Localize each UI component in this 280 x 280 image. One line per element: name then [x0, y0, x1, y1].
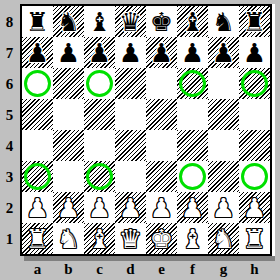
black-pawn[interactable]: ♟: [208, 37, 239, 68]
board-edge-highlight: [272, 4, 275, 256]
black-rook[interactable]: ♜: [239, 6, 270, 37]
square-e3[interactable]: [146, 161, 177, 192]
square-e1[interactable]: ♚: [146, 223, 177, 254]
black-pawn[interactable]: ♟: [53, 37, 84, 68]
white-pawn[interactable]: ♟: [53, 192, 84, 223]
square-d4[interactable]: [115, 130, 146, 161]
square-f6[interactable]: [177, 68, 208, 99]
board-frame: ♜♞♝♛♚♝♞♜♟♟♟♟♟♟♟♟♟♟♟♟♟♟♟♟♜♞♝♛♚♝♞♜: [20, 4, 272, 256]
square-h1[interactable]: ♜: [239, 223, 270, 254]
square-a7[interactable]: ♟: [22, 37, 53, 68]
rank-label-1: 1: [0, 231, 19, 248]
white-rook[interactable]: ♜: [239, 223, 270, 254]
white-rook[interactable]: ♜: [22, 223, 53, 254]
move-hint-circle-f3: [179, 163, 206, 190]
square-g1[interactable]: ♞: [208, 223, 239, 254]
square-h3[interactable]: [239, 161, 270, 192]
black-queen[interactable]: ♛: [115, 6, 146, 37]
square-g7[interactable]: ♟: [208, 37, 239, 68]
square-a5[interactable]: [22, 99, 53, 130]
square-d7[interactable]: ♟: [115, 37, 146, 68]
square-d6[interactable]: [115, 68, 146, 99]
square-e5[interactable]: [146, 99, 177, 130]
move-hint-circle-h3: [241, 163, 268, 190]
white-pawn[interactable]: ♟: [177, 192, 208, 223]
square-a2[interactable]: ♟: [22, 192, 53, 223]
square-c1[interactable]: ♝: [84, 223, 115, 254]
square-h5[interactable]: [239, 99, 270, 130]
black-pawn[interactable]: ♟: [84, 37, 115, 68]
black-pawn[interactable]: ♟: [115, 37, 146, 68]
square-a3[interactable]: [22, 161, 53, 192]
black-pawn[interactable]: ♟: [22, 37, 53, 68]
square-f3[interactable]: [177, 161, 208, 192]
chess-board-window: ♜♞♝♛♚♝♞♜♟♟♟♟♟♟♟♟♟♟♟♟♟♟♟♟♜♞♝♛♚♝♞♜ 8765432…: [0, 0, 280, 280]
file-label-d: d: [115, 261, 146, 278]
square-c7[interactable]: ♟: [84, 37, 115, 68]
white-bishop[interactable]: ♝: [177, 223, 208, 254]
black-bishop[interactable]: ♝: [84, 6, 115, 37]
rank-label-3: 3: [0, 169, 19, 186]
square-c6[interactable]: [84, 68, 115, 99]
file-label-c: c: [84, 261, 115, 278]
file-label-g: g: [208, 261, 239, 278]
square-b8[interactable]: ♞: [53, 6, 84, 37]
square-b7[interactable]: ♟: [53, 37, 84, 68]
black-knight[interactable]: ♞: [208, 6, 239, 37]
black-rook[interactable]: ♜: [22, 6, 53, 37]
square-a4[interactable]: [22, 130, 53, 161]
square-f2[interactable]: ♟: [177, 192, 208, 223]
move-hint-circle-c6: [86, 70, 113, 97]
square-f8[interactable]: ♝: [177, 6, 208, 37]
square-f7[interactable]: ♟: [177, 37, 208, 68]
white-pawn[interactable]: ♟: [22, 192, 53, 223]
square-e6[interactable]: [146, 68, 177, 99]
square-f4[interactable]: [177, 130, 208, 161]
white-pawn[interactable]: ♟: [115, 192, 146, 223]
rank-label-2: 2: [0, 200, 19, 217]
white-pawn[interactable]: ♟: [208, 192, 239, 223]
black-pawn[interactable]: ♟: [146, 37, 177, 68]
rank-label-7: 7: [0, 45, 19, 62]
square-a8[interactable]: ♜: [22, 6, 53, 37]
rank-label-6: 6: [0, 76, 19, 93]
rank-label-8: 8: [0, 14, 19, 31]
white-queen[interactable]: ♛: [115, 223, 146, 254]
square-h6[interactable]: [239, 68, 270, 99]
move-hint-circle-f6: [179, 70, 206, 97]
square-g6[interactable]: [208, 68, 239, 99]
file-label-e: e: [146, 261, 177, 278]
square-g2[interactable]: ♟: [208, 192, 239, 223]
square-h7[interactable]: ♟: [239, 37, 270, 68]
square-h4[interactable]: [239, 130, 270, 161]
square-b3[interactable]: [53, 161, 84, 192]
square-g8[interactable]: ♞: [208, 6, 239, 37]
square-g3[interactable]: [208, 161, 239, 192]
square-g5[interactable]: [208, 99, 239, 130]
square-h8[interactable]: ♜: [239, 6, 270, 37]
file-label-f: f: [177, 261, 208, 278]
black-king[interactable]: ♚: [146, 6, 177, 37]
file-label-b: b: [53, 261, 84, 278]
black-knight[interactable]: ♞: [53, 6, 84, 37]
square-e7[interactable]: ♟: [146, 37, 177, 68]
move-hint-circle-a3: [24, 163, 51, 190]
white-pawn[interactable]: ♟: [146, 192, 177, 223]
square-a1[interactable]: ♜: [22, 223, 53, 254]
square-b2[interactable]: ♟: [53, 192, 84, 223]
rank-label-5: 5: [0, 107, 19, 124]
file-label-h: h: [239, 261, 270, 278]
white-knight[interactable]: ♞: [53, 223, 84, 254]
square-c8[interactable]: ♝: [84, 6, 115, 37]
square-c3[interactable]: [84, 161, 115, 192]
file-label-a: a: [22, 261, 53, 278]
white-knight[interactable]: ♞: [208, 223, 239, 254]
white-bishop[interactable]: ♝: [84, 223, 115, 254]
move-hint-circle-a6: [24, 70, 51, 97]
square-d8[interactable]: ♛: [115, 6, 146, 37]
move-hint-circle-c3: [86, 163, 113, 190]
board: ♜♞♝♛♚♝♞♜♟♟♟♟♟♟♟♟♟♟♟♟♟♟♟♟♜♞♝♛♚♝♞♜: [22, 6, 270, 254]
black-pawn[interactable]: ♟: [177, 37, 208, 68]
black-bishop[interactable]: ♝: [177, 6, 208, 37]
square-e8[interactable]: ♚: [146, 6, 177, 37]
square-f5[interactable]: [177, 99, 208, 130]
square-h2[interactable]: ♟: [239, 192, 270, 223]
white-pawn[interactable]: ♟: [84, 192, 115, 223]
white-pawn[interactable]: ♟: [239, 192, 270, 223]
square-b4[interactable]: [53, 130, 84, 161]
move-hint-circle-h6: [241, 70, 268, 97]
white-king[interactable]: ♚: [146, 223, 177, 254]
square-f1[interactable]: ♝: [177, 223, 208, 254]
square-a6[interactable]: [22, 68, 53, 99]
square-d3[interactable]: [115, 161, 146, 192]
square-b5[interactable]: [53, 99, 84, 130]
square-e4[interactable]: [146, 130, 177, 161]
square-b6[interactable]: [53, 68, 84, 99]
square-g4[interactable]: [208, 130, 239, 161]
black-pawn[interactable]: ♟: [239, 37, 270, 68]
square-b1[interactable]: ♞: [53, 223, 84, 254]
square-c5[interactable]: [84, 99, 115, 130]
rank-label-4: 4: [0, 138, 19, 155]
square-e2[interactable]: ♟: [146, 192, 177, 223]
square-d5[interactable]: [115, 99, 146, 130]
square-d2[interactable]: ♟: [115, 192, 146, 223]
square-c4[interactable]: [84, 130, 115, 161]
square-d1[interactable]: ♛: [115, 223, 146, 254]
square-c2[interactable]: ♟: [84, 192, 115, 223]
